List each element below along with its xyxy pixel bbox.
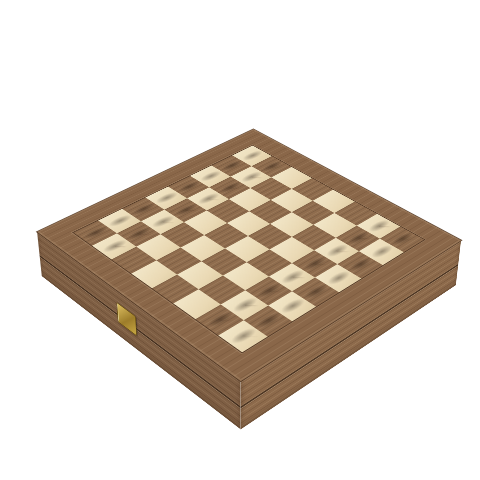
black-pawn-glyph: ♟ xyxy=(100,217,129,249)
brass-clasp xyxy=(116,302,136,336)
chess-box: ♜♞♝♛♚♝♞♜♟♟♟♟♟♟♟♟♟♟♟♟♟♟♟♟♜♞♝♛♚♝♞♜ xyxy=(37,129,461,381)
product-photo: ♜♞♝♛♚♝♞♜♟♟♟♟♟♟♟♟♟♟♟♟♟♟♟♟♜♞♝♛♚♝♞♜ xyxy=(0,0,480,480)
white-rook-glyph: ♜ xyxy=(223,296,262,340)
